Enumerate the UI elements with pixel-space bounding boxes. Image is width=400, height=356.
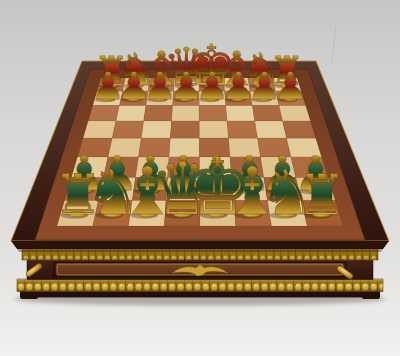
- piece-glyph: ♜: [297, 162, 347, 227]
- chess-set-photo: ♜♞♝♛♚♝♞♜♟♟♟♟♟♟♟♟♟♟♟♟♟♟♟♟♜♞♝♛♚♝♞♜: [0, 0, 400, 356]
- photo-stage: Gilt metal and enamelled chess set in st…: [0, 0, 400, 356]
- case-base: [14, 248, 386, 306]
- board-overhang-shadow: [17, 249, 383, 252]
- piece-red-pawn-h7[interactable]: ♟: [274, 64, 308, 108]
- piece-glyph: ♟: [274, 64, 308, 108]
- piece-green-rook-h1[interactable]: ♜: [297, 162, 347, 227]
- case-plinth: [22, 291, 378, 298]
- board-rim-near-face: [11, 241, 389, 249]
